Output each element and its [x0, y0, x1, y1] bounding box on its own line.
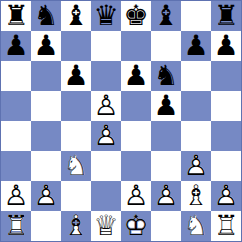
white-knight: ♘ [181, 211, 211, 241]
chess-board: ♜♞♝♛♚♝♜♟♟♟♟♟♟♞♟♙♟♟♙♞♘♟♙♟♙♟♙♟♙♟♙♝♗♟♙♜♖♝♗♛… [0, 0, 242, 242]
white-pawn: ♙ [181, 151, 211, 181]
square-f2[interactable]: ♟♙ [151, 181, 181, 211]
square-a7[interactable]: ♟ [1, 31, 31, 61]
square-d3[interactable] [91, 151, 121, 181]
square-c5[interactable] [61, 91, 91, 121]
square-e5[interactable] [121, 91, 151, 121]
square-c7[interactable] [61, 31, 91, 61]
square-e6[interactable]: ♟ [121, 61, 151, 91]
white-pawn: ♙ [211, 181, 241, 211]
square-g3[interactable]: ♟♙ [181, 151, 211, 181]
black-pawn: ♟ [1, 31, 31, 61]
square-h8[interactable]: ♜ [211, 1, 241, 31]
square-d2[interactable] [91, 181, 121, 211]
square-f4[interactable] [151, 121, 181, 151]
white-knight-fill: ♞ [181, 211, 211, 241]
square-h5[interactable] [211, 91, 241, 121]
square-g4[interactable] [181, 121, 211, 151]
square-d4[interactable]: ♟♙ [91, 121, 121, 151]
square-e7[interactable] [121, 31, 151, 61]
square-c3[interactable]: ♞♘ [61, 151, 91, 181]
white-pawn-fill: ♟ [31, 181, 61, 211]
white-pawn-fill: ♟ [151, 181, 181, 211]
square-e2[interactable]: ♟♙ [121, 181, 151, 211]
square-b8[interactable]: ♞ [31, 1, 61, 31]
square-f1[interactable] [151, 211, 181, 241]
black-bishop: ♝ [61, 1, 91, 31]
square-b6[interactable] [31, 61, 61, 91]
square-b5[interactable] [31, 91, 61, 121]
square-h7[interactable]: ♟ [211, 31, 241, 61]
black-knight: ♞ [151, 61, 181, 91]
square-f5[interactable]: ♟ [151, 91, 181, 121]
square-g6[interactable] [181, 61, 211, 91]
square-e8[interactable]: ♚ [121, 1, 151, 31]
square-d6[interactable] [91, 61, 121, 91]
black-rook: ♜ [1, 1, 31, 31]
white-pawn-fill: ♟ [1, 181, 31, 211]
square-b3[interactable] [31, 151, 61, 181]
white-pawn: ♙ [1, 181, 31, 211]
black-knight: ♞ [31, 1, 61, 31]
black-rook: ♜ [211, 1, 241, 31]
white-pawn-fill: ♟ [211, 181, 241, 211]
white-pawn-fill: ♟ [181, 151, 211, 181]
square-c1[interactable]: ♝♗ [61, 211, 91, 241]
white-rook: ♖ [211, 211, 241, 241]
square-g8[interactable] [181, 1, 211, 31]
white-pawn-fill: ♟ [91, 121, 121, 151]
square-g1[interactable]: ♞♘ [181, 211, 211, 241]
black-pawn: ♟ [181, 31, 211, 61]
white-bishop: ♗ [61, 211, 91, 241]
white-bishop-fill: ♝ [61, 211, 91, 241]
black-bishop: ♝ [151, 1, 181, 31]
square-e3[interactable] [121, 151, 151, 181]
white-rook: ♖ [1, 211, 31, 241]
square-e4[interactable] [121, 121, 151, 151]
square-h4[interactable] [211, 121, 241, 151]
square-c4[interactable] [61, 121, 91, 151]
square-g5[interactable] [181, 91, 211, 121]
square-b7[interactable]: ♟ [31, 31, 61, 61]
square-d1[interactable]: ♛♕ [91, 211, 121, 241]
white-pawn: ♙ [91, 91, 121, 121]
black-queen: ♛ [91, 1, 121, 31]
black-pawn: ♟ [31, 31, 61, 61]
square-g7[interactable]: ♟ [181, 31, 211, 61]
white-pawn-fill: ♟ [91, 91, 121, 121]
square-h6[interactable] [211, 61, 241, 91]
square-e1[interactable]: ♚♔ [121, 211, 151, 241]
white-knight-fill: ♞ [61, 151, 91, 181]
square-a8[interactable]: ♜ [1, 1, 31, 31]
square-d8[interactable]: ♛ [91, 1, 121, 31]
white-rook-fill: ♜ [211, 211, 241, 241]
square-d7[interactable] [91, 31, 121, 61]
square-h3[interactable] [211, 151, 241, 181]
black-pawn: ♟ [121, 61, 151, 91]
square-f7[interactable] [151, 31, 181, 61]
white-pawn: ♙ [31, 181, 61, 211]
white-bishop-fill: ♝ [181, 181, 211, 211]
square-h2[interactable]: ♟♙ [211, 181, 241, 211]
white-king: ♔ [121, 211, 151, 241]
square-a4[interactable] [1, 121, 31, 151]
white-rook-fill: ♜ [1, 211, 31, 241]
white-knight: ♘ [61, 151, 91, 181]
square-c8[interactable]: ♝ [61, 1, 91, 31]
square-c6[interactable]: ♟ [61, 61, 91, 91]
square-f3[interactable] [151, 151, 181, 181]
square-b4[interactable] [31, 121, 61, 151]
square-f8[interactable]: ♝ [151, 1, 181, 31]
square-b1[interactable] [31, 211, 61, 241]
white-pawn: ♙ [151, 181, 181, 211]
white-pawn: ♙ [121, 181, 151, 211]
white-pawn: ♙ [91, 121, 121, 151]
white-bishop: ♗ [181, 181, 211, 211]
black-pawn: ♟ [61, 61, 91, 91]
black-king: ♚ [121, 1, 151, 31]
square-c2[interactable] [61, 181, 91, 211]
square-a3[interactable] [1, 151, 31, 181]
square-d5[interactable]: ♟♙ [91, 91, 121, 121]
white-queen-fill: ♛ [91, 211, 121, 241]
square-g2[interactable]: ♝♗ [181, 181, 211, 211]
square-a1[interactable]: ♜♖ [1, 211, 31, 241]
black-pawn: ♟ [211, 31, 241, 61]
white-king-fill: ♚ [121, 211, 151, 241]
white-pawn-fill: ♟ [121, 181, 151, 211]
square-b2[interactable]: ♟♙ [31, 181, 61, 211]
square-a5[interactable] [1, 91, 31, 121]
black-pawn: ♟ [151, 91, 181, 121]
square-h1[interactable]: ♜♖ [211, 211, 241, 241]
square-a6[interactable] [1, 61, 31, 91]
white-queen: ♕ [91, 211, 121, 241]
square-f6[interactable]: ♞ [151, 61, 181, 91]
square-a2[interactable]: ♟♙ [1, 181, 31, 211]
